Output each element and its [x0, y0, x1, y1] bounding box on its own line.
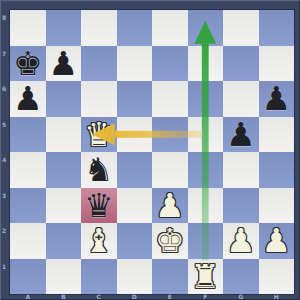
chess-board[interactable]: ♚♟♟♟♛♟♞♛♟♝♚♟♟♜ — [10, 10, 294, 294]
rank-label-1: 1 — [2, 263, 10, 271]
square-h8[interactable] — [259, 10, 295, 46]
square-f8[interactable] — [188, 10, 224, 46]
square-g7[interactable] — [223, 46, 259, 82]
rank-label-5: 5 — [2, 121, 10, 129]
square-e6[interactable] — [152, 81, 188, 117]
piece-white-king[interactable]: ♚ — [152, 223, 188, 259]
rank-label-2: 2 — [2, 227, 10, 235]
piece-black-pawn[interactable]: ♟ — [223, 117, 259, 153]
square-b7[interactable]: ♟ — [46, 46, 82, 82]
square-b5[interactable] — [46, 117, 82, 153]
square-b4[interactable] — [46, 152, 82, 188]
square-f2[interactable] — [188, 223, 224, 259]
square-g2[interactable]: ♟ — [223, 223, 259, 259]
square-f4[interactable] — [188, 152, 224, 188]
square-a5[interactable] — [10, 117, 46, 153]
file-label-d: D — [117, 293, 153, 300]
piece-black-pawn[interactable]: ♟ — [46, 46, 82, 82]
square-d5[interactable] — [117, 117, 153, 153]
square-e1[interactable] — [152, 259, 188, 295]
square-c2[interactable]: ♝ — [81, 223, 117, 259]
file-label-c: C — [81, 293, 117, 300]
square-d6[interactable] — [117, 81, 153, 117]
file-label-h: H — [259, 293, 295, 300]
square-a8[interactable] — [10, 10, 46, 46]
square-g4[interactable] — [223, 152, 259, 188]
square-h3[interactable] — [259, 188, 295, 224]
square-e3[interactable]: ♟ — [152, 188, 188, 224]
square-h5[interactable] — [259, 117, 295, 153]
square-h6[interactable]: ♟ — [259, 81, 295, 117]
piece-black-pawn[interactable]: ♟ — [10, 81, 46, 117]
square-c8[interactable] — [81, 10, 117, 46]
piece-black-queen[interactable]: ♛ — [81, 188, 117, 224]
chess-app-window: ♚♟♟♟♛♟♞♛♟♝♚♟♟♜ 87654321ABCDEFGH — [0, 0, 300, 300]
square-e7[interactable] — [152, 46, 188, 82]
square-h2[interactable]: ♟ — [259, 223, 295, 259]
piece-black-knight[interactable]: ♞ — [81, 152, 117, 188]
square-a4[interactable] — [10, 152, 46, 188]
piece-white-pawn[interactable]: ♟ — [152, 188, 188, 224]
file-label-a: A — [10, 293, 46, 300]
square-g5[interactable]: ♟ — [223, 117, 259, 153]
square-c1[interactable] — [81, 259, 117, 295]
square-d8[interactable] — [117, 10, 153, 46]
square-h7[interactable] — [259, 46, 295, 82]
square-g3[interactable] — [223, 188, 259, 224]
square-h4[interactable] — [259, 152, 295, 188]
square-e5[interactable] — [152, 117, 188, 153]
piece-black-pawn[interactable]: ♟ — [259, 81, 295, 117]
square-d1[interactable] — [117, 259, 153, 295]
square-d3[interactable] — [117, 188, 153, 224]
square-f5[interactable] — [188, 117, 224, 153]
rank-label-6: 6 — [2, 85, 10, 93]
piece-white-pawn[interactable]: ♟ — [259, 223, 295, 259]
square-b1[interactable] — [46, 259, 82, 295]
square-c5[interactable]: ♛ — [81, 117, 117, 153]
piece-white-pawn[interactable]: ♟ — [223, 223, 259, 259]
square-a7[interactable]: ♚ — [10, 46, 46, 82]
square-g1[interactable] — [223, 259, 259, 295]
square-b2[interactable] — [46, 223, 82, 259]
rank-label-3: 3 — [2, 192, 10, 200]
square-e8[interactable] — [152, 10, 188, 46]
square-f3[interactable] — [188, 188, 224, 224]
square-c6[interactable] — [81, 81, 117, 117]
square-h1[interactable] — [259, 259, 295, 295]
square-f6[interactable] — [188, 81, 224, 117]
piece-white-bishop[interactable]: ♝ — [81, 223, 117, 259]
file-label-g: G — [223, 293, 259, 300]
square-c7[interactable] — [81, 46, 117, 82]
piece-white-rook[interactable]: ♜ — [188, 259, 224, 295]
square-a2[interactable] — [10, 223, 46, 259]
piece-white-queen[interactable]: ♛ — [81, 117, 117, 153]
square-a6[interactable]: ♟ — [10, 81, 46, 117]
square-b6[interactable] — [46, 81, 82, 117]
square-d4[interactable] — [117, 152, 153, 188]
square-d2[interactable] — [117, 223, 153, 259]
rank-label-7: 7 — [2, 50, 10, 58]
square-g6[interactable] — [223, 81, 259, 117]
square-a3[interactable] — [10, 188, 46, 224]
square-f1[interactable]: ♜ — [188, 259, 224, 295]
square-g8[interactable] — [223, 10, 259, 46]
square-c4[interactable]: ♞ — [81, 152, 117, 188]
square-d7[interactable] — [117, 46, 153, 82]
file-label-e: E — [152, 293, 188, 300]
square-f7[interactable] — [188, 46, 224, 82]
file-label-b: B — [46, 293, 82, 300]
square-e2[interactable]: ♚ — [152, 223, 188, 259]
piece-black-king[interactable]: ♚ — [10, 46, 46, 82]
rank-label-4: 4 — [2, 156, 10, 164]
square-c3[interactable]: ♛ — [81, 188, 117, 224]
square-e4[interactable] — [152, 152, 188, 188]
file-label-f: F — [188, 293, 224, 300]
square-b3[interactable] — [46, 188, 82, 224]
rank-label-8: 8 — [2, 14, 10, 22]
square-b8[interactable] — [46, 10, 82, 46]
square-a1[interactable] — [10, 259, 46, 295]
